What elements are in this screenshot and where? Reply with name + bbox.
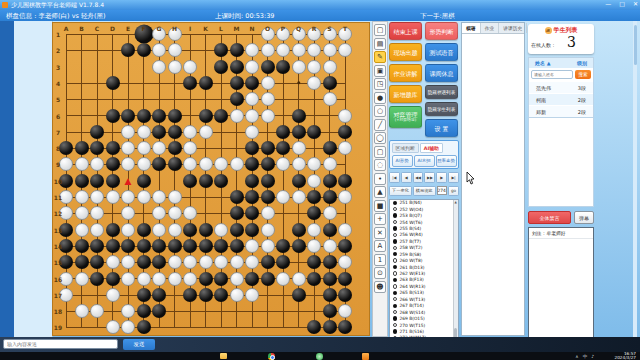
- column-label: I: [189, 25, 191, 32]
- white-stone-H12: [168, 206, 182, 220]
- black-stone-O15: [261, 255, 275, 269]
- column-label: G: [157, 25, 162, 32]
- black-stone-C16: [90, 272, 104, 286]
- black-stone-F14: [137, 239, 151, 253]
- student-rank: 2段: [578, 97, 586, 103]
- white-stone-G2: [152, 43, 166, 57]
- button-课间休息[interactable]: 课间休息: [425, 64, 458, 82]
- student-search-input[interactable]: [531, 70, 573, 79]
- white-stone-R10: [307, 174, 321, 188]
- white-stone-N17: [245, 288, 259, 302]
- white-stone-C9: [90, 157, 104, 171]
- white-stone-H15: [168, 255, 182, 269]
- white-stone-S14: [323, 239, 337, 253]
- cross-marker-icon[interactable]: ✕: [374, 227, 386, 239]
- black-stone-S17: [323, 288, 337, 302]
- white-stone-D15: [106, 255, 120, 269]
- black-stone-M14: [230, 239, 244, 253]
- student-name: 柯南: [536, 97, 546, 103]
- white-move-icon: [393, 271, 397, 275]
- move-text: 270 W(T15): [399, 323, 425, 328]
- black-stone-G7: [152, 125, 166, 139]
- button-结束上课[interactable]: 结束上课: [389, 22, 422, 40]
- white-stone-R14: [307, 239, 321, 253]
- black-stone-S10: [323, 174, 337, 188]
- white-stone-E11: [121, 190, 135, 204]
- white-stone-A9: [59, 157, 73, 171]
- number-marker-icon[interactable]: 1: [374, 254, 386, 266]
- black-stone-L2: [214, 43, 228, 57]
- black-stone-Q6: [292, 109, 306, 123]
- white-move-icon: [393, 258, 397, 262]
- black-stone-O8: [261, 141, 275, 155]
- row-label: 7: [56, 128, 60, 135]
- white-stone-B18: [75, 304, 89, 318]
- title-bar: 少儿围棋教学平台老师端 V1.7.8.4 — □ ✕: [0, 0, 640, 10]
- column-label: T: [343, 25, 347, 32]
- black-stone-T10: [338, 174, 352, 188]
- white-stone-I8: [183, 141, 197, 155]
- row-label: 6: [56, 112, 60, 119]
- ai-tab-AI辅助[interactable]: AI辅助: [420, 143, 443, 153]
- new-file-icon[interactable]: ▢: [374, 24, 386, 36]
- black-stone-G18: [152, 304, 166, 318]
- white-stone-N3: [245, 60, 259, 74]
- white-stone-N15: [245, 255, 259, 269]
- black-stone-E2: [121, 43, 135, 57]
- move-text: 255 B(S4): [399, 226, 421, 231]
- white-stone-M6: [230, 109, 244, 123]
- mouse-cursor: [466, 172, 475, 185]
- column-label: D: [110, 25, 115, 32]
- white-stone-T8: [338, 141, 352, 155]
- white-stone-K9: [199, 157, 213, 171]
- white-stone-T18: [338, 304, 352, 318]
- white-stone-H13: [168, 223, 182, 237]
- ai-button-AI支招[interactable]: AI支招: [414, 155, 435, 167]
- nav-button-3[interactable]: ▶▶: [424, 172, 435, 183]
- window-scrollbar[interactable]: [633, 21, 637, 337]
- game-info-text: 棋盘信息：李老师(白) vs 轻舟(黑): [6, 12, 106, 21]
- black-stone-R16: [307, 272, 321, 286]
- black-stone-H14: [168, 239, 182, 253]
- button-设 置[interactable]: 设 置: [425, 119, 458, 137]
- white-stone-G8: [152, 141, 166, 155]
- black-stone-N12: [245, 206, 259, 220]
- chat-box: 刘佳：牟老师好: [528, 227, 594, 347]
- column-label: F: [141, 25, 145, 32]
- column-rank-header[interactable]: 级别: [577, 60, 587, 66]
- black-stone-F18: [137, 304, 151, 318]
- black-stone-K14: [199, 239, 213, 253]
- black-stone-F17: [137, 288, 151, 302]
- control-panel: 结束上课现场出题作业讲解新增题库对弈管理(+对弈指导) 形势判断测试语音课间休息…: [389, 22, 459, 336]
- emoji-icon[interactable]: ☻: [374, 281, 386, 293]
- go-board[interactable]: ▲ ABCDEFGHIKLMNOPQRST1234567891011121314…: [52, 22, 370, 336]
- white-stone-Q8: [292, 141, 306, 155]
- column-label: N: [249, 25, 254, 32]
- row-label: 17: [54, 291, 62, 298]
- white-stone-I15: [183, 255, 197, 269]
- row-label: 8: [56, 145, 60, 152]
- button-形势判断[interactable]: 形势判断: [425, 22, 458, 40]
- row-label: 2: [56, 47, 60, 54]
- student-panel: 虎 学生列表 在线人数： 3 姓名 ▲ 级别 搜索 范先伟3段柯南2段郑新2段 …: [528, 24, 594, 336]
- black-stone-Q10: [292, 174, 306, 188]
- black-stone-B8: [75, 141, 89, 155]
- black-stone-L10: [214, 174, 228, 188]
- white-stone-D11: [106, 190, 120, 204]
- black-stone-T16: [338, 272, 352, 286]
- black-stone-C10: [90, 174, 104, 188]
- black-stone-I13: [183, 223, 197, 237]
- circle-marker-icon[interactable]: ◯: [374, 132, 386, 144]
- black-stone-D6: [106, 109, 120, 123]
- white-stone-B11: [75, 190, 89, 204]
- white-stone-E9: [121, 157, 135, 171]
- dot-marker-icon[interactable]: •: [374, 173, 386, 185]
- white-stone-T13: [338, 223, 352, 237]
- white-stone-L15: [214, 255, 228, 269]
- triangle-marker-icon[interactable]: ▲: [374, 186, 386, 198]
- white-stone-E8: [121, 141, 135, 155]
- black-stone-H9: [168, 157, 182, 171]
- black-stone-R19: [307, 320, 321, 334]
- white-stone-F11: [137, 190, 151, 204]
- white-stone-P11: [276, 190, 290, 204]
- white-stone-Q2: [292, 43, 306, 57]
- white-stone-M15: [230, 255, 244, 269]
- black-stone-M11: [230, 190, 244, 204]
- move-text: 266 W(T13): [399, 297, 425, 302]
- black-move-icon: [393, 291, 397, 295]
- nav-button-2[interactable]: ◀◀: [413, 172, 424, 183]
- tray-expand-icon[interactable]: ∧: [575, 354, 578, 359]
- column-label: M: [234, 25, 240, 32]
- move-list[interactable]: 251 B(N4)252 W(O4)253 B(Q7)254 W(T6)255 …: [389, 199, 459, 357]
- letter-marker-icon[interactable]: A: [374, 240, 386, 252]
- move-number-input[interactable]: 274: [437, 186, 447, 195]
- maximize-button[interactable]: □: [619, 0, 625, 7]
- ai-button-胜率走势[interactable]: 胜率走势: [436, 155, 457, 167]
- column-label: P: [281, 25, 285, 32]
- plus-marker-icon[interactable]: +: [374, 213, 386, 225]
- black-stone-T17: [338, 288, 352, 302]
- black-stone-K17: [199, 288, 213, 302]
- white-stone-L9: [214, 157, 228, 171]
- black-stone-D13: [106, 223, 120, 237]
- go-app-taskbar-icon[interactable]: [362, 353, 369, 360]
- black-stone-M4: [230, 76, 244, 90]
- button-测试语音[interactable]: 测试语音: [425, 43, 458, 61]
- nav-button-4[interactable]: ▶: [436, 172, 447, 183]
- black-stone-R12: [307, 206, 321, 220]
- white-stone-C13: [90, 223, 104, 237]
- pen-tool-icon[interactable]: ╱: [374, 119, 386, 131]
- student-row[interactable]: 郑新2段: [529, 105, 593, 117]
- white-stone-S9: [323, 157, 337, 171]
- black-stone-L14: [214, 239, 228, 253]
- column-label: O: [265, 25, 270, 32]
- black-stone-R11: [307, 190, 321, 204]
- white-stone-F9: [137, 157, 151, 171]
- column-label: R: [312, 25, 317, 32]
- window-scroll-thumb[interactable]: [634, 25, 637, 65]
- black-stone-F13: [137, 223, 151, 237]
- board-grid[interactable]: ▲: [66, 34, 346, 328]
- white-stone-H11: [168, 190, 182, 204]
- white-stone-I3: [183, 60, 197, 74]
- export-icon[interactable]: ◳: [374, 78, 386, 90]
- white-stone-R4: [307, 76, 321, 90]
- lasso-tool-icon[interactable]: ◌: [374, 159, 386, 171]
- black-stone-D14: [106, 239, 120, 253]
- chrome-icon[interactable]: [268, 353, 275, 360]
- taskbar-clock[interactable]: 16:57 2024/3/27: [615, 352, 636, 360]
- filled-square-marker-icon[interactable]: ■: [374, 200, 386, 212]
- column-label: E: [126, 25, 130, 32]
- black-stone-Q17: [292, 288, 306, 302]
- black-stone-F6: [137, 109, 151, 123]
- student-list-card: 虎 学生列表 在线人数： 3: [528, 24, 594, 54]
- white-stone-O14: [261, 239, 275, 253]
- black-stone-B15: [75, 255, 89, 269]
- white-stone-B16: [75, 272, 89, 286]
- white-stone-E13: [121, 223, 135, 237]
- white-move-icon: [393, 220, 397, 224]
- white-stone-T6: [338, 109, 352, 123]
- next-move-text: 下一手:黑棋: [420, 12, 455, 21]
- black-stone-S18: [323, 304, 337, 318]
- white-stone-I16: [183, 272, 197, 286]
- button-新增题库[interactable]: 新增题库: [389, 85, 422, 103]
- white-stone-R2: [307, 43, 321, 57]
- button-对弈管理[interactable]: 对弈管理(+对弈指导): [389, 106, 422, 128]
- black-stone-D8: [106, 141, 120, 155]
- windows-taskbar: ∧ 中 ♪ 16:57 2024/3/27: [0, 352, 640, 360]
- scroll-up-icon[interactable]: ▲: [454, 200, 459, 205]
- black-stone-R15: [307, 255, 321, 269]
- white-stone-Q11: [292, 190, 306, 204]
- tab-棋谱[interactable]: 棋谱: [462, 23, 481, 33]
- black-move-icon: [393, 252, 397, 256]
- black-stone-N9: [245, 157, 259, 171]
- move-text: 253 B(Q7): [399, 213, 421, 218]
- move-text: 265 B(S13): [399, 290, 424, 295]
- student-name: 范先伟: [536, 85, 551, 91]
- black-stone-M13: [230, 223, 244, 237]
- button-作业讲解[interactable]: 作业讲解: [389, 64, 422, 82]
- white-stone-E16: [121, 272, 135, 286]
- black-stone-N11: [245, 190, 259, 204]
- white-stone-M9: [230, 157, 244, 171]
- white-move-icon: [393, 284, 397, 288]
- open-folder-icon[interactable]: ▤: [374, 38, 386, 50]
- black-stone-D9: [106, 157, 120, 171]
- markup-toolbar: ▢▤✎▣◳●○╱◯▢◌•▲■+✕A1⊙☻: [372, 21, 388, 337]
- square-marker-icon[interactable]: ▢: [374, 146, 386, 158]
- move-text: 263 B(F13): [399, 277, 423, 282]
- white-stone-N7: [245, 125, 259, 139]
- white-stone-Q16: [292, 272, 306, 286]
- white-stone-O13: [261, 223, 275, 237]
- explorer-icon[interactable]: [220, 353, 227, 359]
- column-label: S: [327, 25, 331, 32]
- white-stone-F16: [137, 272, 151, 286]
- nav-button-0[interactable]: |◀: [389, 172, 400, 183]
- column-label: Q: [296, 25, 301, 32]
- close-button[interactable]: ✕: [633, 0, 638, 7]
- black-stone-O11: [261, 190, 275, 204]
- nav-button-5[interactable]: ▶|: [448, 172, 459, 183]
- black-stone-O10: [261, 174, 275, 188]
- student-table: 姓名 ▲ 级别 搜索 范先伟3段柯南2段郑新2段: [528, 57, 594, 118]
- online-count-label: 在线人数：: [531, 42, 556, 48]
- black-stone-T7: [338, 125, 352, 139]
- white-move-icon: [393, 246, 397, 250]
- black-stone-N16: [245, 272, 259, 286]
- white-stone-B13: [75, 223, 89, 237]
- black-move-icon: [393, 201, 397, 205]
- black-stone-S4: [323, 76, 337, 90]
- black-stone-O9: [261, 157, 275, 171]
- black-stone-F2: [137, 43, 151, 57]
- black-stone-T19: [338, 320, 352, 334]
- move-text: 264 W(R13): [399, 284, 425, 289]
- column-label: H: [172, 25, 177, 32]
- white-stone-N14: [245, 239, 259, 253]
- class-time-text: 上课时间: 00:53:39: [215, 12, 274, 21]
- move-text: 267 B(T14): [399, 303, 423, 308]
- nav-button-1[interactable]: ◀: [401, 172, 412, 183]
- white-stone-P9: [276, 157, 290, 171]
- button-现场出题[interactable]: 现场出题: [389, 43, 422, 61]
- black-stone-I17: [183, 288, 197, 302]
- black-stone-G6: [152, 109, 166, 123]
- ai-button-AI形势[interactable]: AI形势: [392, 155, 413, 167]
- black-stone-S19: [323, 320, 337, 334]
- board-edit-icon[interactable]: ✎: [374, 51, 386, 63]
- white-stone-H16: [168, 272, 182, 286]
- move-text: 256 W(R4): [399, 232, 422, 237]
- student-row[interactable]: 柯南2段: [529, 93, 593, 105]
- white-stone-O5: [261, 92, 275, 106]
- black-stone-A8: [59, 141, 73, 155]
- button-隐藏学生列表[interactable]: 隐藏学生列表: [425, 102, 458, 116]
- white-stone-E15: [121, 255, 135, 269]
- white-stone-T2: [338, 43, 352, 57]
- variation-row: 下一变化 棋局浏览 274 go: [389, 186, 459, 196]
- browse-game-button[interactable]: 棋局浏览: [413, 186, 436, 196]
- white-stone-tool-icon[interactable]: ○: [374, 105, 386, 117]
- window-left-edge: [0, 21, 14, 337]
- ai-tab-区域判断[interactable]: 区域判断: [392, 143, 419, 153]
- student-row[interactable]: 范先伟3段: [529, 81, 593, 93]
- white-stone-F7: [137, 125, 151, 139]
- black-move-icon: [393, 213, 397, 217]
- row-label: 5: [56, 96, 60, 103]
- black-stone-T14: [338, 239, 352, 253]
- danmu-button[interactable]: 弹幕: [574, 211, 594, 224]
- button-隐藏棋谱列表[interactable]: 隐藏棋谱列表: [425, 85, 458, 99]
- black-stone-I14: [183, 239, 197, 253]
- black-stone-I4: [183, 76, 197, 90]
- white-stone-K7: [199, 125, 213, 139]
- save-icon[interactable]: ▣: [374, 65, 386, 77]
- send-button[interactable]: 发送: [123, 339, 155, 350]
- black-stone-H7: [168, 125, 182, 139]
- star-point: [297, 81, 300, 84]
- tab-作业[interactable]: 作业: [481, 23, 500, 33]
- white-stone-B9: [75, 157, 89, 171]
- move-text: 269 B(O15): [399, 316, 424, 321]
- ai-assist-box: 区域判断AI辅助 AI形势AI支招胜率走势: [389, 140, 459, 169]
- circled-dot-icon[interactable]: ⊙: [374, 267, 386, 279]
- next-variation-button[interactable]: 下一变化: [389, 186, 412, 196]
- tab-讲课历史[interactable]: 讲课历史: [499, 23, 527, 33]
- white-stone-C12: [90, 206, 104, 220]
- black-stone-C7: [90, 125, 104, 139]
- white-stone-N5: [245, 92, 259, 106]
- white-stone-F8: [137, 141, 151, 155]
- black-move-icon: [393, 278, 397, 282]
- black-stone-E6: [121, 109, 135, 123]
- black-stone-Q14: [292, 239, 306, 253]
- black-stone-L17: [214, 288, 228, 302]
- black-move-icon: [393, 239, 397, 243]
- black-stone-P15: [276, 255, 290, 269]
- online-count-value: 3: [567, 36, 576, 49]
- minimize-button[interactable]: —: [605, 0, 611, 7]
- white-stone-G11: [152, 190, 166, 204]
- white-stone-E19: [121, 320, 135, 334]
- white-stone-I12: [183, 206, 197, 220]
- move-nav-row: |◀◀◀◀▶▶▶▶|: [389, 172, 459, 183]
- column-label: C: [95, 25, 99, 32]
- white-stone-D19: [106, 320, 120, 334]
- black-stone-N8: [245, 141, 259, 155]
- column-name-header[interactable]: 姓名 ▲: [535, 60, 551, 66]
- go-button[interactable]: go: [448, 186, 459, 196]
- mute-all-button[interactable]: 全体禁言: [528, 211, 571, 224]
- white-stone-I7: [183, 125, 197, 139]
- move-text: 262 W(E13): [399, 271, 425, 276]
- white-stone-S3: [323, 60, 337, 74]
- chat-input[interactable]: [3, 339, 118, 349]
- black-stone-tool-icon[interactable]: ●: [374, 92, 386, 104]
- move-list-scrollbar[interactable]: ▲ ▼: [453, 200, 459, 356]
- button-subtext: (+对弈指导): [395, 118, 416, 123]
- triangle-marker: ▲: [125, 175, 132, 185]
- white-stone-Q3: [292, 60, 306, 74]
- window-title: 少儿围棋教学平台老师端 V1.7.8.4: [11, 1, 104, 10]
- black-stone-D16: [106, 272, 120, 286]
- white-move-icon: [393, 233, 397, 237]
- search-button[interactable]: 搜索: [575, 70, 591, 79]
- black-stone-M12: [230, 206, 244, 220]
- black-stone-B14: [75, 239, 89, 253]
- tray-sound-icon[interactable]: ♪: [591, 354, 594, 359]
- white-stone-G16: [152, 272, 166, 286]
- student-list-empty-area: [528, 118, 594, 207]
- white-stone-O4: [261, 76, 275, 90]
- row-label: 11: [54, 194, 62, 201]
- move-text: 268 W(S14): [399, 310, 425, 315]
- green-app-icon[interactable]: [316, 353, 323, 360]
- white-stone-E7: [121, 125, 135, 139]
- tray-ime-icon[interactable]: 中: [583, 354, 588, 359]
- black-stone-Q13: [292, 223, 306, 237]
